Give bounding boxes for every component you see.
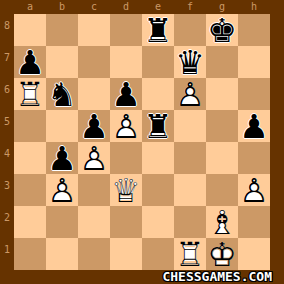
square-c5[interactable]: ♟ bbox=[78, 110, 110, 142]
square-a4[interactable] bbox=[14, 142, 46, 174]
rank-label-5: 5 bbox=[0, 105, 14, 137]
square-h1[interactable] bbox=[238, 238, 270, 270]
square-a7[interactable]: ♟ bbox=[14, 46, 46, 78]
square-d2[interactable] bbox=[110, 206, 142, 238]
piece-black-pawn-h5[interactable]: ♟ bbox=[238, 110, 270, 142]
square-h4[interactable] bbox=[238, 142, 270, 174]
piece-white-pawn-d5[interactable]: ♟♙ bbox=[110, 110, 142, 142]
chess-diagram: abcdefgh 87654321 ♜♚♟♛♜♖♞♟♟♙♟♟♙♜♟♟♟♙♟♙♛♕… bbox=[0, 0, 284, 284]
piece-white-pawn-f6[interactable]: ♟♙ bbox=[174, 78, 206, 110]
square-h5[interactable]: ♟ bbox=[238, 110, 270, 142]
white-piece-outline: ♔ bbox=[206, 238, 238, 270]
piece-black-queen-f7[interactable]: ♛ bbox=[174, 46, 206, 78]
white-piece-outline: ♕ bbox=[110, 174, 142, 206]
square-h7[interactable] bbox=[238, 46, 270, 78]
piece-white-queen-d3[interactable]: ♛♕ bbox=[110, 174, 142, 206]
square-g4[interactable] bbox=[206, 142, 238, 174]
square-a8[interactable] bbox=[14, 14, 46, 46]
black-piece-glyph: ♜ bbox=[142, 14, 174, 46]
square-f1[interactable]: ♜♖ bbox=[174, 238, 206, 270]
piece-black-pawn-c5[interactable]: ♟ bbox=[78, 110, 110, 142]
square-c6[interactable] bbox=[78, 78, 110, 110]
square-b1[interactable] bbox=[46, 238, 78, 270]
square-e6[interactable] bbox=[142, 78, 174, 110]
rank-label-1: 1 bbox=[0, 233, 14, 265]
square-d4[interactable] bbox=[110, 142, 142, 174]
square-a3[interactable] bbox=[14, 174, 46, 206]
square-g1[interactable]: ♚♔ bbox=[206, 238, 238, 270]
white-piece-outline: ♙ bbox=[110, 110, 142, 142]
chess-board: ♜♚♟♛♜♖♞♟♟♙♟♟♙♜♟♟♟♙♟♙♛♕♟♙♝♗♜♖♚♔ bbox=[14, 14, 270, 270]
square-f3[interactable] bbox=[174, 174, 206, 206]
square-b8[interactable] bbox=[46, 14, 78, 46]
file-label-f: f bbox=[174, 0, 206, 14]
rank-label-2: 2 bbox=[0, 201, 14, 233]
white-piece-outline: ♙ bbox=[174, 78, 206, 110]
piece-black-pawn-b4[interactable]: ♟ bbox=[46, 142, 78, 174]
piece-white-pawn-h3[interactable]: ♟♙ bbox=[238, 174, 270, 206]
square-e1[interactable] bbox=[142, 238, 174, 270]
black-piece-glyph: ♟ bbox=[238, 110, 270, 142]
square-e7[interactable] bbox=[142, 46, 174, 78]
square-h6[interactable] bbox=[238, 78, 270, 110]
square-e5[interactable]: ♜ bbox=[142, 110, 174, 142]
square-c2[interactable] bbox=[78, 206, 110, 238]
rank-label-6: 6 bbox=[0, 73, 14, 105]
square-c3[interactable] bbox=[78, 174, 110, 206]
rank-label-4: 4 bbox=[0, 137, 14, 169]
black-piece-glyph: ♟ bbox=[78, 110, 110, 142]
square-e2[interactable] bbox=[142, 206, 174, 238]
square-e4[interactable] bbox=[142, 142, 174, 174]
piece-white-pawn-c4[interactable]: ♟♙ bbox=[78, 142, 110, 174]
black-piece-glyph: ♟ bbox=[110, 78, 142, 110]
white-piece-outline: ♖ bbox=[174, 238, 206, 270]
square-d7[interactable] bbox=[110, 46, 142, 78]
square-d6[interactable]: ♟ bbox=[110, 78, 142, 110]
rank-labels: 87654321 bbox=[0, 14, 14, 270]
piece-black-king-g8[interactable]: ♚ bbox=[206, 14, 238, 46]
white-piece-outline: ♙ bbox=[238, 174, 270, 206]
square-f8[interactable] bbox=[174, 14, 206, 46]
square-b6[interactable]: ♞ bbox=[46, 78, 78, 110]
square-c8[interactable] bbox=[78, 14, 110, 46]
black-piece-glyph: ♟ bbox=[46, 142, 78, 174]
file-label-h: h bbox=[238, 0, 270, 14]
square-d5[interactable]: ♟♙ bbox=[110, 110, 142, 142]
square-c1[interactable] bbox=[78, 238, 110, 270]
square-g5[interactable] bbox=[206, 110, 238, 142]
piece-white-rook-f1[interactable]: ♜♖ bbox=[174, 238, 206, 270]
square-b5[interactable] bbox=[46, 110, 78, 142]
white-piece-outline: ♙ bbox=[46, 174, 78, 206]
black-piece-glyph: ♚ bbox=[206, 14, 238, 46]
piece-black-rook-e5[interactable]: ♜ bbox=[142, 110, 174, 142]
square-g2[interactable]: ♝♗ bbox=[206, 206, 238, 238]
piece-black-pawn-a7[interactable]: ♟ bbox=[14, 46, 46, 78]
white-piece-outline: ♖ bbox=[14, 78, 46, 110]
file-label-c: c bbox=[78, 0, 110, 14]
square-g3[interactable] bbox=[206, 174, 238, 206]
rank-label-7: 7 bbox=[0, 41, 14, 73]
black-piece-glyph: ♜ bbox=[142, 110, 174, 142]
file-label-b: b bbox=[46, 0, 78, 14]
piece-black-pawn-d6[interactable]: ♟ bbox=[110, 78, 142, 110]
square-f5[interactable] bbox=[174, 110, 206, 142]
piece-white-bishop-g2[interactable]: ♝♗ bbox=[206, 206, 238, 238]
square-c7[interactable] bbox=[78, 46, 110, 78]
square-b2[interactable] bbox=[46, 206, 78, 238]
square-b3[interactable]: ♟♙ bbox=[46, 174, 78, 206]
square-e8[interactable]: ♜ bbox=[142, 14, 174, 46]
square-c4[interactable]: ♟♙ bbox=[78, 142, 110, 174]
square-h3[interactable]: ♟♙ bbox=[238, 174, 270, 206]
rank-label-8: 8 bbox=[0, 9, 14, 41]
square-b4[interactable]: ♟ bbox=[46, 142, 78, 174]
square-a2[interactable] bbox=[14, 206, 46, 238]
square-g6[interactable] bbox=[206, 78, 238, 110]
white-piece-outline: ♙ bbox=[78, 142, 110, 174]
piece-white-rook-a6[interactable]: ♜♖ bbox=[14, 78, 46, 110]
chessgames-credit: CHESSGAMES.COM bbox=[162, 270, 272, 284]
square-h2[interactable] bbox=[238, 206, 270, 238]
rank-label-3: 3 bbox=[0, 169, 14, 201]
square-b7[interactable] bbox=[46, 46, 78, 78]
piece-black-knight-b6[interactable]: ♞ bbox=[46, 78, 78, 110]
square-d8[interactable] bbox=[110, 14, 142, 46]
file-label-d: d bbox=[110, 0, 142, 14]
square-f6[interactable]: ♟♙ bbox=[174, 78, 206, 110]
black-piece-glyph: ♛ bbox=[174, 46, 206, 78]
square-f7[interactable]: ♛ bbox=[174, 46, 206, 78]
piece-black-rook-e8[interactable]: ♜ bbox=[142, 14, 174, 46]
square-d1[interactable] bbox=[110, 238, 142, 270]
square-f4[interactable] bbox=[174, 142, 206, 174]
square-f2[interactable] bbox=[174, 206, 206, 238]
square-d3[interactable]: ♛♕ bbox=[110, 174, 142, 206]
square-h8[interactable] bbox=[238, 14, 270, 46]
file-label-a: a bbox=[14, 0, 46, 14]
square-a6[interactable]: ♜♖ bbox=[14, 78, 46, 110]
black-piece-glyph: ♞ bbox=[46, 78, 78, 110]
square-a5[interactable] bbox=[14, 110, 46, 142]
square-g8[interactable]: ♚ bbox=[206, 14, 238, 46]
square-e3[interactable] bbox=[142, 174, 174, 206]
square-g7[interactable] bbox=[206, 46, 238, 78]
square-a1[interactable] bbox=[14, 238, 46, 270]
white-piece-outline: ♗ bbox=[206, 206, 238, 238]
black-piece-glyph: ♟ bbox=[14, 46, 46, 78]
piece-white-pawn-b3[interactable]: ♟♙ bbox=[46, 174, 78, 206]
piece-white-king-g1[interactable]: ♚♔ bbox=[206, 238, 238, 270]
